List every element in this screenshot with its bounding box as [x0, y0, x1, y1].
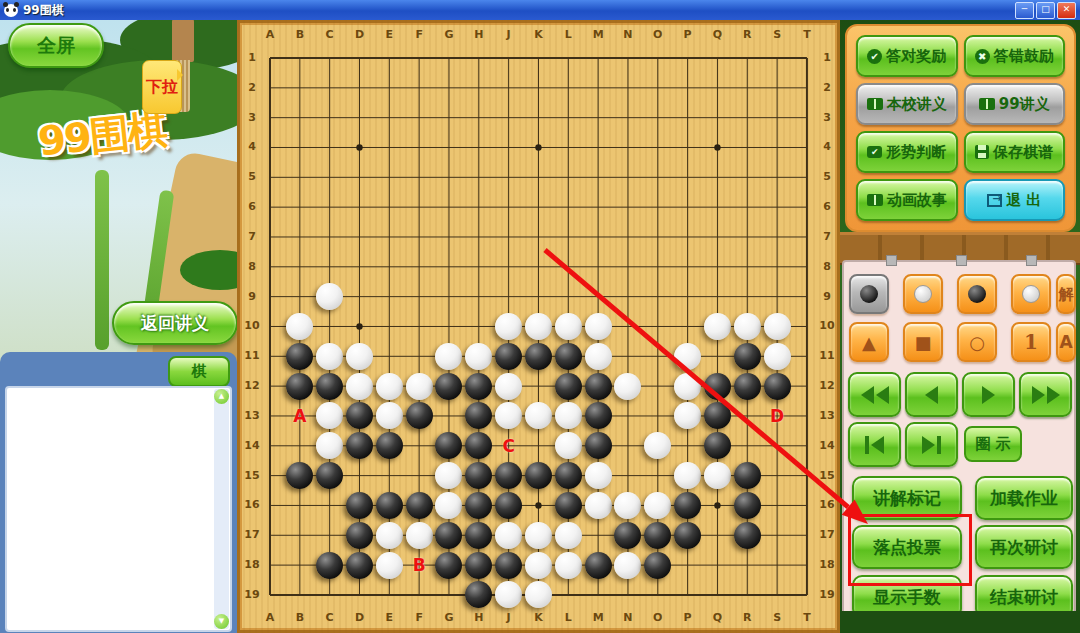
forward-button[interactable] — [962, 372, 1015, 417]
point-label-B: B — [413, 555, 426, 575]
coordinate-label: O — [647, 28, 669, 41]
black-stone-R16[interactable] — [734, 492, 761, 519]
white-stone-C11[interactable] — [316, 343, 343, 370]
black-stone-L15[interactable] — [555, 462, 582, 489]
white-stone-S10[interactable] — [764, 313, 791, 340]
white-stone-E12[interactable] — [376, 373, 403, 400]
white-stone-J10[interactable] — [495, 313, 522, 340]
black-stone-E16[interactable] — [376, 492, 403, 519]
exit-door-icon — [987, 194, 1002, 207]
coordinate-label: 9 — [816, 290, 838, 303]
black-stone-C12[interactable] — [316, 373, 343, 400]
white-stone-N18[interactable] — [614, 552, 641, 579]
coordinate-label: M — [587, 28, 609, 41]
hanger-tab — [1026, 255, 1037, 266]
coordinate-label: 13 — [241, 409, 263, 422]
point-label-C: C — [502, 436, 514, 456]
coordinate-label: 5 — [816, 170, 838, 183]
black-stone-F13[interactable] — [406, 402, 433, 429]
white-stone-D11[interactable] — [346, 343, 373, 370]
white-stone-E18[interactable] — [376, 552, 403, 579]
white-stone-K18[interactable] — [525, 552, 552, 579]
coordinate-label: F — [408, 28, 430, 41]
coordinate-label: O — [647, 611, 669, 624]
coordinate-label: 5 — [241, 170, 263, 183]
black-stone-M12[interactable] — [585, 373, 612, 400]
top-button-board: ✔ 答对奖励 ✖ 答错鼓励 本校讲义 99讲义 ✔ 形势判断 保存棋谱 动画故事 — [845, 24, 1076, 232]
coordinate-label: 2 — [816, 81, 838, 94]
coordinate-label: S — [766, 28, 788, 41]
black-stone-H18[interactable] — [465, 552, 492, 579]
scroll-down-icon[interactable]: ▼ — [214, 614, 229, 629]
encourage-wrong-button[interactable]: ✖ 答错鼓励 — [964, 35, 1066, 77]
coordinate-label: H — [468, 28, 490, 41]
white-stone-P12[interactable] — [674, 373, 701, 400]
tool-black-white-alternate[interactable] — [849, 274, 889, 314]
backward-icon — [925, 386, 938, 404]
to-end-button[interactable] — [905, 422, 958, 467]
black-stone-J11[interactable] — [495, 343, 522, 370]
black-stone-R15[interactable] — [734, 462, 761, 489]
white-stone-K10[interactable] — [525, 313, 552, 340]
return-to-lecture-button[interactable]: 返回讲义 — [112, 301, 237, 345]
coordinate-label: T — [796, 611, 818, 624]
coordinate-label: D — [348, 28, 370, 41]
black-stone-D17[interactable] — [346, 522, 373, 549]
black-stone-M13[interactable] — [585, 402, 612, 429]
scroll-up-icon[interactable]: ▲ — [214, 389, 229, 404]
white-stone-Q10[interactable] — [704, 313, 731, 340]
coordinate-label: Q — [706, 28, 728, 41]
black-stone-M18[interactable] — [585, 552, 612, 579]
square-mark-icon[interactable]: ■ — [903, 322, 943, 362]
coordinate-label: 16 — [816, 498, 838, 511]
coordinate-label: 14 — [816, 439, 838, 452]
coordinate-label: 12 — [816, 379, 838, 392]
coordinate-label: 4 — [816, 140, 838, 153]
tool-white-stone[interactable] — [1011, 274, 1051, 314]
coordinate-label: 1 — [241, 51, 263, 64]
coordinate-label: T — [796, 28, 818, 41]
coordinate-label: P — [677, 28, 699, 41]
book-icon — [979, 98, 995, 110]
coordinate-label: K — [527, 28, 549, 41]
coordinate-label: J — [498, 28, 520, 41]
coordinate-label: R — [736, 611, 758, 624]
white-stone-J12[interactable] — [495, 373, 522, 400]
white-stone-E17[interactable] — [376, 522, 403, 549]
black-stone-M14[interactable] — [585, 432, 612, 459]
app-window: 99围棋 ─ □ ✕ 99围棋 全屏 下拉 返回讲义 棋 ▲ ▼ — [0, 0, 1080, 633]
exit-button[interactable]: 退 出 — [964, 179, 1066, 221]
floppy-icon — [975, 145, 989, 159]
chat-panel: 棋 ▲ ▼ — [0, 352, 237, 633]
coordinate-label: C — [319, 611, 341, 624]
black-stone-B12[interactable] — [286, 373, 313, 400]
white-stone-P11[interactable] — [674, 343, 701, 370]
black-stone-H12[interactable] — [465, 373, 492, 400]
coordinate-label: B — [289, 28, 311, 41]
fullscreen-button[interactable]: 全屏 — [8, 23, 104, 68]
white-stone-N12[interactable] — [614, 373, 641, 400]
black-stone-B11[interactable] — [286, 343, 313, 370]
coordinate-label: 11 — [816, 349, 838, 362]
go-board[interactable]: AABBCCDDEEFFGGHHJJKKLLMMNNOOPPQQRRSSTT11… — [237, 20, 840, 633]
hanger-tab — [886, 255, 897, 266]
tool-white-black-alternate[interactable] — [903, 274, 943, 314]
reward-correct-button[interactable]: ✔ 答对奖励 — [856, 35, 958, 77]
coordinate-label: 18 — [816, 558, 838, 571]
book-icon — [867, 98, 883, 110]
coordinate-label: P — [677, 611, 699, 624]
coordinate-label: G — [438, 611, 460, 624]
black-stone-S12[interactable] — [764, 373, 791, 400]
book-icon — [867, 194, 883, 206]
white-stone-S11[interactable] — [764, 343, 791, 370]
coordinate-label: 3 — [241, 111, 263, 124]
tool-board: 解 ▲ ■ ○ 1 A 圈 示 讲解标记 加载作业 — [842, 260, 1076, 633]
black-stone-R17[interactable] — [734, 522, 761, 549]
coordinate-label: 16 — [241, 498, 263, 511]
chat-scrollbar[interactable]: ▲ ▼ — [214, 389, 229, 629]
point-label-A: A — [293, 406, 306, 426]
white-stone-L14[interactable] — [555, 432, 582, 459]
fast-forward-button[interactable] — [1019, 372, 1072, 417]
coordinate-label: 15 — [816, 469, 838, 482]
to-start-button[interactable] — [848, 422, 901, 467]
coordinate-label: 8 — [241, 260, 263, 273]
title-bar: 99围棋 ─ □ ✕ — [0, 0, 1080, 20]
black-stone-R12[interactable] — [734, 373, 761, 400]
black-stone-F16[interactable] — [406, 492, 433, 519]
black-stone-G18[interactable] — [435, 552, 462, 579]
coordinate-label: N — [617, 28, 639, 41]
black-stone-R11[interactable] — [734, 343, 761, 370]
black-stone-K11[interactable] — [525, 343, 552, 370]
save-record-button[interactable]: 保存棋谱 — [964, 131, 1066, 173]
white-stone-K17[interactable] — [525, 522, 552, 549]
coordinate-label: D — [348, 611, 370, 624]
white-stone-F12[interactable] — [406, 373, 433, 400]
black-stone-D16[interactable] — [346, 492, 373, 519]
coordinate-label: S — [766, 611, 788, 624]
white-stone-R10[interactable] — [734, 313, 761, 340]
white-stone-M16[interactable] — [585, 492, 612, 519]
fast-backward-button[interactable] — [848, 372, 901, 417]
coordinate-label: 13 — [816, 409, 838, 422]
fast-backward-icon — [861, 386, 874, 404]
coordinate-label: R — [736, 28, 758, 41]
white-stone-M15[interactable] — [585, 462, 612, 489]
number-mark-icon[interactable]: 1 — [1011, 322, 1051, 362]
coordinate-label: 2 — [241, 81, 263, 94]
coordinate-label: 4 — [241, 140, 263, 153]
black-stone-J16[interactable] — [495, 492, 522, 519]
x-circle-icon: ✖ — [975, 49, 990, 64]
coordinate-label: 12 — [241, 379, 263, 392]
tab-chess[interactable]: 棋 — [168, 356, 230, 387]
letter-mark-icon[interactable]: A — [1056, 322, 1076, 362]
circle-show-button[interactable]: 圈 示 — [964, 426, 1022, 462]
coordinate-label: 8 — [816, 260, 838, 273]
pull-down-tab[interactable]: 下拉 — [142, 60, 182, 114]
triangle-mark-icon[interactable]: ▲ — [849, 322, 889, 362]
tool-solve[interactable]: 解 — [1056, 274, 1076, 314]
close-button[interactable]: ✕ — [1057, 2, 1076, 19]
black-stone-E14[interactable] — [376, 432, 403, 459]
white-stone-H11[interactable] — [465, 343, 492, 370]
fast-forward-icon — [1032, 386, 1045, 404]
hanger-tab — [956, 255, 967, 266]
black-stone-K15[interactable] — [525, 462, 552, 489]
coordinate-label: A — [259, 28, 281, 41]
black-stone-O18[interactable] — [644, 552, 671, 579]
coordinate-label: E — [378, 28, 400, 41]
coordinate-label: 10 — [816, 319, 838, 332]
coordinate-label: C — [319, 28, 341, 41]
left-scene-panel: 99围棋 全屏 下拉 返回讲义 棋 ▲ ▼ — [0, 20, 237, 633]
coordinate-label: 15 — [241, 469, 263, 482]
white-stone-F17[interactable] — [406, 522, 433, 549]
white-stone-L17[interactable] — [555, 522, 582, 549]
coordinate-label: 7 — [816, 230, 838, 243]
coordinate-label: 7 — [241, 230, 263, 243]
backward-button[interactable] — [905, 372, 958, 417]
white-stone-L18[interactable] — [555, 552, 582, 579]
coordinate-label: F — [408, 611, 430, 624]
coordinate-label: 10 — [241, 319, 263, 332]
black-stone-J18[interactable] — [495, 552, 522, 579]
black-stone-G12[interactable] — [435, 373, 462, 400]
black-stone-C18[interactable] — [316, 552, 343, 579]
black-stone-L12[interactable] — [555, 373, 582, 400]
load-homework-button[interactable]: 加载作业 — [975, 476, 1073, 520]
coordinate-label: 17 — [241, 528, 263, 541]
white-stone-D12[interactable] — [346, 373, 373, 400]
black-stone-P17[interactable] — [674, 522, 701, 549]
maximize-button[interactable]: □ — [1036, 2, 1055, 19]
forward-icon — [982, 386, 995, 404]
coordinate-label: G — [438, 28, 460, 41]
jungle-strip — [840, 611, 1080, 633]
coordinate-label: N — [617, 611, 639, 624]
school-lecture-button[interactable]: 本校讲义 — [856, 83, 958, 125]
animation-story-button[interactable]: 动画故事 — [856, 179, 958, 221]
window-title: 99围棋 — [23, 2, 64, 19]
coordinate-label: 14 — [241, 439, 263, 452]
99-lecture-button[interactable]: 99讲义 — [964, 83, 1066, 125]
minimize-button[interactable]: ─ — [1015, 2, 1034, 19]
coordinate-label: L — [557, 28, 579, 41]
white-stone-Q15[interactable] — [704, 462, 731, 489]
right-control-panel: ✔ 答对奖励 ✖ 答错鼓励 本校讲义 99讲义 ✔ 形势判断 保存棋谱 动画故事 — [840, 20, 1080, 633]
point-label-D: D — [770, 406, 784, 426]
bamboo-stalk — [95, 170, 109, 350]
red-highlight-box — [848, 514, 972, 586]
coordinate-label: 11 — [241, 349, 263, 362]
black-stone-L11[interactable] — [555, 343, 582, 370]
position-judge-button[interactable]: ✔ 形势判断 — [856, 131, 958, 173]
coordinate-label: 6 — [241, 200, 263, 213]
coordinate-label: E — [378, 611, 400, 624]
to-start-icon — [865, 436, 869, 454]
discuss-again-button[interactable]: 再次研讨 — [975, 525, 1073, 569]
black-stone-O17[interactable] — [644, 522, 671, 549]
black-stone-L16[interactable] — [555, 492, 582, 519]
black-stone-H17[interactable] — [465, 522, 492, 549]
panda-app-icon — [4, 4, 18, 17]
coordinate-label: 19 — [816, 588, 838, 601]
black-stone-P16[interactable] — [674, 492, 701, 519]
black-stone-Q12[interactable] — [704, 373, 731, 400]
chat-message-box[interactable]: ▲ ▼ — [5, 386, 232, 632]
coordinate-label: L — [557, 611, 579, 624]
white-stone-M10[interactable] — [585, 313, 612, 340]
coordinate-label: 18 — [241, 558, 263, 571]
white-stone-J17[interactable] — [495, 522, 522, 549]
circle-mark-icon[interactable]: ○ — [957, 322, 997, 362]
coordinate-label: H — [468, 611, 490, 624]
bubble-check-icon: ✔ — [867, 146, 882, 158]
black-stone-D18[interactable] — [346, 552, 373, 579]
tassel-ornament — [172, 20, 194, 62]
coordinate-label: A — [259, 611, 281, 624]
coordinate-label: 1 — [816, 51, 838, 64]
coordinate-label: 19 — [241, 588, 263, 601]
coordinate-label: 9 — [241, 290, 263, 303]
check-circle-icon: ✔ — [867, 49, 882, 64]
coordinate-label: 6 — [816, 200, 838, 213]
coordinate-label: Q — [706, 611, 728, 624]
coordinate-label: B — [289, 611, 311, 624]
coordinate-label: 17 — [816, 528, 838, 541]
white-stone-L10[interactable] — [555, 313, 582, 340]
white-stone-M11[interactable] — [585, 343, 612, 370]
coordinate-label: K — [527, 611, 549, 624]
coordinate-label: 3 — [816, 111, 838, 124]
to-end-icon — [922, 436, 935, 454]
tool-black-stone[interactable] — [957, 274, 997, 314]
coordinate-label: M — [587, 611, 609, 624]
coordinate-label: J — [498, 611, 520, 624]
